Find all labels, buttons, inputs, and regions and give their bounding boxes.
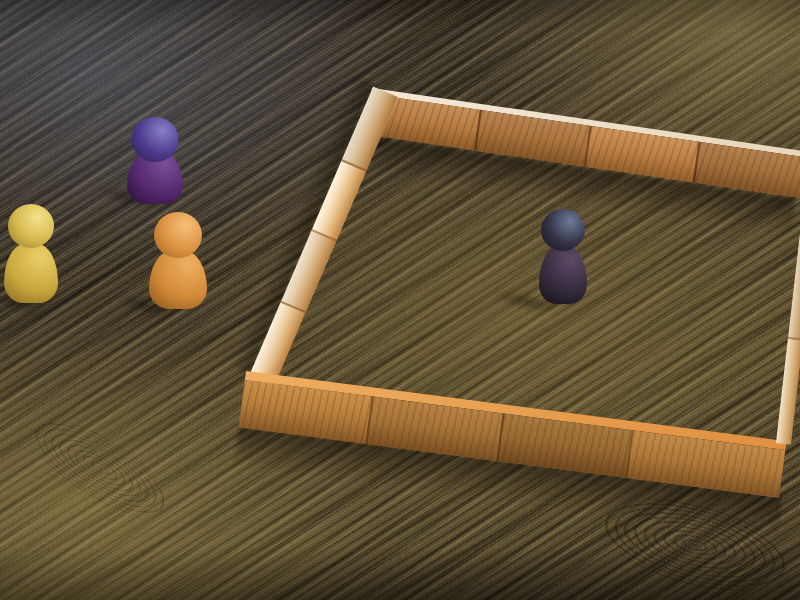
fence-block-row [249,86,398,386]
yellow-pawn[interactable] [4,204,58,303]
purple-pawn[interactable] [127,117,183,204]
left-wall-outer-shadow [229,76,374,375]
orange-pawn[interactable] [149,212,207,309]
fence-block-row [776,234,800,444]
fence-side-right-wall [776,234,800,444]
fence-block [776,339,800,445]
dark-pawn-body [539,247,587,304]
orange-pawn-head [154,212,202,258]
wood-knot [20,403,179,533]
fence-side-left-wall [249,86,398,386]
yellow-pawn-body [4,244,58,303]
purple-pawn-head [132,117,179,162]
dark-pawn-head [541,209,585,251]
dark-pawn[interactable] [539,209,587,304]
yellow-pawn-head [8,204,54,248]
wood-table-scene [0,0,800,600]
fence-block [788,234,800,340]
orange-pawn-body [149,251,207,309]
